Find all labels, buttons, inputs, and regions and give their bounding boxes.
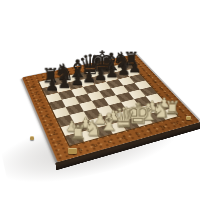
rank-label-5: 5 bbox=[152, 80, 158, 84]
rank-label-4: 4 bbox=[158, 87, 164, 91]
chess-set-photo: ♜♞♝♛♚♝♞♜♟♟♟♟♟♟♟♟♟♟♟♟♟♟♟♟♜♞♝♛♚♝♞♜ abcdefg… bbox=[0, 0, 200, 200]
file-label-h: h bbox=[172, 121, 179, 126]
brass-hinge-icon-left bbox=[30, 136, 34, 140]
brass-hinge-icon-right bbox=[186, 116, 191, 120]
square-a1[interactable]: ♜ bbox=[65, 132, 84, 145]
rank-label-8: 8 bbox=[31, 85, 36, 89]
chessboard-scene: ♜♞♝♛♚♝♞♜♟♟♟♟♟♟♟♟♟♟♟♟♟♟♟♟♜♞♝♛♚♝♞♜ abcdefg… bbox=[36, 30, 172, 166]
file-label-g: g bbox=[159, 124, 166, 129]
rank-label-6: 6 bbox=[37, 99, 42, 103]
black-pawn[interactable]: ♟ bbox=[70, 72, 83, 87]
rank-label-3: 3 bbox=[47, 122, 53, 127]
rank-label-4: 4 bbox=[44, 114, 50, 119]
file-label-f: f bbox=[148, 128, 153, 133]
rank-label-5: 5 bbox=[40, 106, 45, 110]
rank-label-2: 2 bbox=[51, 131, 57, 136]
black-pawn[interactable]: ♟ bbox=[58, 75, 71, 91]
brass-clasp-icon bbox=[68, 148, 77, 154]
file-label-d: d bbox=[120, 135, 127, 140]
file-label-b: b bbox=[92, 143, 99, 149]
square-a7[interactable]: ♟ bbox=[42, 86, 58, 96]
file-label-e: e bbox=[134, 131, 141, 136]
black-pawn[interactable]: ♟ bbox=[105, 65, 117, 80]
rank-label-7: 7 bbox=[34, 91, 39, 95]
rank-label-7: 7 bbox=[141, 68, 147, 71]
black-pawn[interactable]: ♟ bbox=[117, 63, 129, 78]
file-label-c: c bbox=[106, 139, 112, 144]
rank-label-6: 6 bbox=[146, 74, 152, 77]
white-rook[interactable]: ♜ bbox=[69, 123, 84, 143]
square-d5[interactable] bbox=[87, 91, 104, 101]
rank-label-1: 1 bbox=[55, 140, 61, 146]
black-pawn[interactable]: ♟ bbox=[45, 78, 58, 94]
file-label-a: a bbox=[77, 147, 83, 153]
